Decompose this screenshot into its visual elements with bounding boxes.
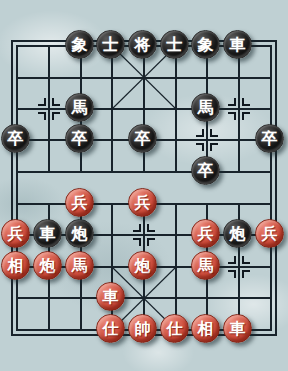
piece-black-pawn[interactable]: 卒 bbox=[128, 124, 157, 153]
piece-red-advisor[interactable]: 仕 bbox=[160, 314, 189, 343]
piece-red-pawn[interactable]: 兵 bbox=[65, 188, 94, 217]
piece-red-cannon[interactable]: 炮 bbox=[128, 251, 157, 280]
piece-black-elephant[interactable]: 象 bbox=[65, 30, 94, 59]
piece-red-pawn[interactable]: 兵 bbox=[1, 219, 30, 248]
piece-black-advisor[interactable]: 士 bbox=[96, 30, 125, 59]
piece-red-chariot[interactable]: 車 bbox=[223, 314, 252, 343]
piece-red-horse[interactable]: 馬 bbox=[65, 251, 94, 280]
piece-red-elephant[interactable]: 相 bbox=[1, 251, 30, 280]
piece-black-pawn[interactable]: 卒 bbox=[255, 124, 284, 153]
piece-red-advisor[interactable]: 仕 bbox=[96, 314, 125, 343]
piece-black-general[interactable]: 将 bbox=[128, 30, 157, 59]
piece-red-cannon[interactable]: 炮 bbox=[33, 251, 62, 280]
piece-black-pawn[interactable]: 卒 bbox=[191, 156, 220, 185]
piece-black-cannon[interactable]: 炮 bbox=[65, 219, 94, 248]
piece-black-pawn[interactable]: 卒 bbox=[1, 124, 30, 153]
piece-red-horse[interactable]: 馬 bbox=[191, 251, 220, 280]
piece-red-pawn[interactable]: 兵 bbox=[255, 219, 284, 248]
piece-black-advisor[interactable]: 士 bbox=[160, 30, 189, 59]
piece-red-pawn[interactable]: 兵 bbox=[128, 188, 157, 217]
piece-black-horse[interactable]: 馬 bbox=[191, 93, 220, 122]
piece-black-chariot[interactable]: 車 bbox=[33, 219, 62, 248]
piece-black-cannon[interactable]: 炮 bbox=[223, 219, 252, 248]
piece-red-pawn[interactable]: 兵 bbox=[191, 219, 220, 248]
piece-black-elephant[interactable]: 象 bbox=[191, 30, 220, 59]
piece-black-horse[interactable]: 馬 bbox=[65, 93, 94, 122]
piece-black-pawn[interactable]: 卒 bbox=[65, 124, 94, 153]
piece-black-chariot[interactable]: 車 bbox=[223, 30, 252, 59]
piece-red-elephant[interactable]: 相 bbox=[191, 314, 220, 343]
piece-red-general[interactable]: 帥 bbox=[128, 314, 157, 343]
piece-red-chariot[interactable]: 車 bbox=[96, 282, 125, 311]
xiangqi-board: 象士将士象車馬馬卒卒卒卒卒車炮炮兵兵兵兵兵相炮馬炮馬車仕帥仕相車 bbox=[0, 0, 288, 371]
